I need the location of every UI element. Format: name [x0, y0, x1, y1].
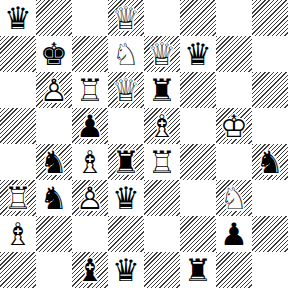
piece-glyph: ♛: [180, 36, 216, 72]
white-pawn-icon: ♟♙: [36, 72, 72, 108]
square-a3[interactable]: ♜♖: [0, 180, 36, 216]
white-bishop-icon: ♝♗: [0, 216, 36, 252]
white-queen-icon: ♛♕: [144, 36, 180, 72]
square-f5[interactable]: [180, 108, 216, 144]
piece-glyph: ♜: [108, 144, 144, 180]
white-rook-icon: ♜♖: [144, 144, 180, 180]
white-queen-icon: ♛♕: [108, 72, 144, 108]
square-c7[interactable]: [72, 36, 108, 72]
piece-glyph: ♖: [144, 144, 180, 180]
square-g6[interactable]: [216, 72, 252, 108]
piece-glyph: ♙: [36, 72, 72, 108]
square-a2[interactable]: ♝♗: [0, 216, 36, 252]
black-pawn-icon: ♟♟: [72, 108, 108, 144]
square-d6[interactable]: ♛♕: [108, 72, 144, 108]
white-queen-icon: ♛♕: [108, 0, 144, 36]
square-a1[interactable]: [0, 252, 36, 288]
piece-glyph: ♞: [252, 144, 288, 180]
square-b4[interactable]: ♞♞: [36, 144, 72, 180]
square-d1[interactable]: ♛♛: [108, 252, 144, 288]
square-h3[interactable]: [252, 180, 288, 216]
square-h4[interactable]: ♞♞: [252, 144, 288, 180]
piece-glyph: ♖: [72, 72, 108, 108]
square-e1[interactable]: [144, 252, 180, 288]
piece-glyph: ♜: [144, 72, 180, 108]
square-d8[interactable]: ♛♕: [108, 0, 144, 36]
white-knight-icon: ♞♘: [216, 180, 252, 216]
square-f6[interactable]: [180, 72, 216, 108]
piece-glyph: ♟: [216, 216, 252, 252]
black-rook-icon: ♜♜: [180, 252, 216, 288]
square-h7[interactable]: [252, 36, 288, 72]
square-g3[interactable]: ♞♘: [216, 180, 252, 216]
square-b5[interactable]: [36, 108, 72, 144]
square-d3[interactable]: ♛♛: [108, 180, 144, 216]
square-f2[interactable]: [180, 216, 216, 252]
black-pawn-icon: ♟♟: [216, 216, 252, 252]
piece-glyph: ♘: [108, 36, 144, 72]
square-h5[interactable]: [252, 108, 288, 144]
square-g7[interactable]: [216, 36, 252, 72]
square-g1[interactable]: [216, 252, 252, 288]
square-e5[interactable]: ♝♗: [144, 108, 180, 144]
piece-glyph: ♛: [108, 252, 144, 288]
piece-glyph: ♘: [216, 180, 252, 216]
square-b3[interactable]: ♞♞: [36, 180, 72, 216]
square-d5[interactable]: [108, 108, 144, 144]
black-queen-icon: ♛♛: [108, 252, 144, 288]
square-c5[interactable]: ♟♟: [72, 108, 108, 144]
square-f7[interactable]: ♛♛: [180, 36, 216, 72]
chess-board: ♛♛♛♕♚♚♞♘♛♕♛♛♟♙♜♖♛♕♜♜♟♟♝♗♚♔♞♞♝♗♜♜♜♖♞♞♜♖♞♞…: [0, 0, 288, 288]
square-g5[interactable]: ♚♔: [216, 108, 252, 144]
square-b8[interactable]: [36, 0, 72, 36]
square-a7[interactable]: [0, 36, 36, 72]
black-rook-icon: ♜♜: [108, 144, 144, 180]
black-queen-icon: ♛♛: [180, 36, 216, 72]
piece-glyph: ♗: [0, 216, 36, 252]
square-c3[interactable]: ♟♙: [72, 180, 108, 216]
square-a6[interactable]: [0, 72, 36, 108]
square-b1[interactable]: [36, 252, 72, 288]
square-g4[interactable]: [216, 144, 252, 180]
piece-glyph: ♗: [72, 144, 108, 180]
black-queen-icon: ♛♛: [108, 180, 144, 216]
piece-glyph: ♟: [72, 108, 108, 144]
square-f8[interactable]: [180, 0, 216, 36]
square-d4[interactable]: ♜♜: [108, 144, 144, 180]
black-queen-icon: ♛♛: [0, 0, 36, 36]
square-d2[interactable]: [108, 216, 144, 252]
square-b2[interactable]: [36, 216, 72, 252]
square-a4[interactable]: [0, 144, 36, 180]
square-b7[interactable]: ♚♚: [36, 36, 72, 72]
square-f4[interactable]: [180, 144, 216, 180]
square-e2[interactable]: [144, 216, 180, 252]
piece-glyph: ♛: [108, 180, 144, 216]
square-e8[interactable]: [144, 0, 180, 36]
piece-glyph: ♝: [72, 252, 108, 288]
piece-glyph: ♔: [216, 108, 252, 144]
square-f1[interactable]: ♜♜: [180, 252, 216, 288]
piece-glyph: ♕: [108, 72, 144, 108]
white-knight-icon: ♞♘: [108, 36, 144, 72]
black-rook-icon: ♜♜: [144, 72, 180, 108]
square-c4[interactable]: ♝♗: [72, 144, 108, 180]
square-g8[interactable]: [216, 0, 252, 36]
white-bishop-icon: ♝♗: [144, 108, 180, 144]
square-h6[interactable]: [252, 72, 288, 108]
piece-glyph: ♚: [36, 36, 72, 72]
black-knight-icon: ♞♞: [36, 144, 72, 180]
square-e4[interactable]: ♜♖: [144, 144, 180, 180]
square-f3[interactable]: [180, 180, 216, 216]
square-c1[interactable]: ♝♝: [72, 252, 108, 288]
white-rook-icon: ♜♖: [72, 72, 108, 108]
square-c6[interactable]: ♜♖: [72, 72, 108, 108]
piece-glyph: ♞: [36, 144, 72, 180]
black-knight-icon: ♞♞: [36, 180, 72, 216]
square-h2[interactable]: [252, 216, 288, 252]
piece-glyph: ♗: [144, 108, 180, 144]
square-e3[interactable]: [144, 180, 180, 216]
piece-glyph: ♙: [72, 180, 108, 216]
square-c2[interactable]: [72, 216, 108, 252]
square-h8[interactable]: [252, 0, 288, 36]
piece-glyph: ♕: [108, 0, 144, 36]
piece-glyph: ♜: [180, 252, 216, 288]
piece-glyph: ♕: [144, 36, 180, 72]
piece-glyph: ♖: [0, 180, 36, 216]
black-bishop-icon: ♝♝: [72, 252, 108, 288]
square-b6[interactable]: ♟♙: [36, 72, 72, 108]
piece-glyph: ♞: [36, 180, 72, 216]
square-d7[interactable]: ♞♘: [108, 36, 144, 72]
square-e6[interactable]: ♜♜: [144, 72, 180, 108]
black-king-icon: ♚♚: [36, 36, 72, 72]
white-rook-icon: ♜♖: [0, 180, 36, 216]
square-c8[interactable]: [72, 0, 108, 36]
square-a5[interactable]: [0, 108, 36, 144]
square-h1[interactable]: [252, 252, 288, 288]
square-e7[interactable]: ♛♕: [144, 36, 180, 72]
square-a8[interactable]: ♛♛: [0, 0, 36, 36]
piece-glyph: ♛: [0, 0, 36, 36]
white-king-icon: ♚♔: [216, 108, 252, 144]
black-knight-icon: ♞♞: [252, 144, 288, 180]
white-bishop-icon: ♝♗: [72, 144, 108, 180]
white-pawn-icon: ♟♙: [72, 180, 108, 216]
square-g2[interactable]: ♟♟: [216, 216, 252, 252]
